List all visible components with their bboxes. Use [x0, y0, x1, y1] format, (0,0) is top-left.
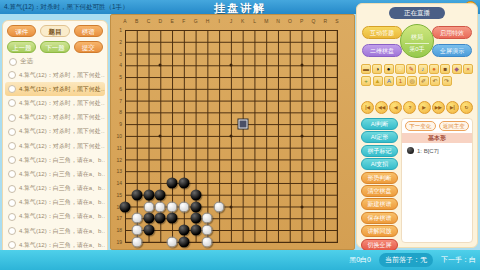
- problem-radio[interactable]: [8, 142, 16, 150]
- column-label: E: [168, 18, 176, 24]
- side-button-保存棋谱[interactable]: 保存棋谱: [361, 212, 398, 224]
- row-label: 13: [113, 168, 122, 174]
- side-button-新建棋谱[interactable]: 新建棋谱: [361, 198, 398, 210]
- white-stone: [202, 237, 213, 248]
- problem-list-item[interactable]: 4.算气(12)：白三角，请在a、b…: [5, 196, 105, 210]
- go-teaching-app: 4.算气(12)：对杀时，黑下何处可胜（1手） 挂盘讲解 ☺ 课件 题目 棋谱 …: [0, 0, 480, 270]
- star-point: [230, 135, 233, 138]
- row-label: 4: [113, 62, 122, 68]
- white-stone: [155, 201, 166, 212]
- problem-list: 4.算气(12)：对杀时，黑下何处…4.算气(12)：对杀时，黑下何处…4.算气…: [5, 68, 105, 265]
- problem-label: 4.算气(12)：对杀时，黑下何处…: [19, 142, 105, 151]
- enable-effects-button[interactable]: 启用特效: [432, 26, 472, 39]
- black-stone: [178, 178, 189, 189]
- markup-toolbar: ▬◑●○✎♪●■◆× +▲A1◎✐↶↷: [361, 64, 473, 88]
- tab-courseware[interactable]: 课件: [7, 25, 36, 37]
- side-button-讲解回放[interactable]: 讲解回放: [361, 225, 398, 237]
- help-button[interactable]: ？: [403, 101, 416, 114]
- column-label: B: [133, 18, 141, 24]
- alternate-stone-icon[interactable]: ◑: [372, 64, 382, 74]
- problem-radio[interactable]: [8, 213, 16, 221]
- white-stone: [202, 213, 213, 224]
- black-stone: [155, 213, 166, 224]
- number-mark-icon[interactable]: 1: [396, 76, 406, 86]
- teacher-tools-panel: 正在直播 互动答题 启用特效 二维棋盘 全屏演示 棋局 第0手 ▬◑●○✎♪●■…: [356, 3, 478, 248]
- square-mark-icon[interactable]: ■: [440, 64, 450, 74]
- pencil-icon[interactable]: ✎: [406, 64, 416, 74]
- previous-problem-button[interactable]: 上一题: [7, 41, 36, 53]
- problem-radio[interactable]: [8, 99, 16, 107]
- star-point: [300, 205, 303, 208]
- column-label: J: [227, 18, 235, 24]
- column-label: D: [156, 18, 164, 24]
- black-stone: [190, 225, 201, 236]
- next-to-play: 下一手：白: [441, 255, 476, 265]
- problem-list-item[interactable]: 4.算气(12)：白三角，请在a、b…: [5, 210, 105, 224]
- column-label: A: [121, 18, 129, 24]
- problem-label: 4.算气(12)：对杀时，黑下何处…: [19, 85, 105, 94]
- white-stone: [167, 237, 178, 248]
- problem-list-item[interactable]: 4.算气(12)：对杀时，黑下何处…: [5, 68, 105, 82]
- column-label: C: [145, 18, 153, 24]
- white-stone: [202, 225, 213, 236]
- problem-label: 4.算气(12)：对杀时，黑下何处…: [19, 71, 105, 80]
- problem-list-item[interactable]: 4.算气(12)：对杀时，黑下何处…: [5, 82, 105, 96]
- row-label: 14: [113, 180, 122, 186]
- problem-label: 4.算气(12)：对杀时，黑下何处…: [19, 113, 105, 122]
- problem-label: 4.算气(12)：白三角，请在a、b…: [19, 198, 105, 207]
- move-list-entry[interactable]: 1: B[C7]: [402, 143, 472, 158]
- tab-kifu[interactable]: 棋谱: [74, 25, 103, 37]
- row-label: 18: [113, 227, 122, 233]
- skip-to-start-button[interactable]: |◀: [361, 101, 374, 114]
- star-point: [159, 64, 162, 67]
- column-label: M: [262, 18, 270, 24]
- variation-name-header: 基本形: [402, 133, 472, 143]
- current-problem-text: 4.算气(12)：对杀时，黑下何处可胜（1手）: [4, 3, 129, 12]
- star-point: [300, 64, 303, 67]
- black-stone: [143, 189, 154, 200]
- row-label: 15: [113, 192, 122, 198]
- column-label: N: [274, 18, 282, 24]
- fast-rewind-button[interactable]: ◀◀: [375, 101, 388, 114]
- problem-list-item[interactable]: 4.算气(12)：对杀时，黑下何处…: [5, 139, 105, 153]
- row-label: 12: [113, 157, 122, 163]
- undo-icon[interactable]: ↶: [430, 76, 440, 86]
- back-to-main-button[interactable]: 返回主变: [439, 121, 470, 131]
- column-label: I: [215, 18, 223, 24]
- white-stone: [131, 237, 142, 248]
- black-stone: [167, 178, 178, 189]
- problem-list-item[interactable]: 4.算气(12)：对杀时，黑下何处…: [5, 111, 105, 125]
- go-board: ABCDEFGHIJKLMNOPQRS123456789101112131415…: [110, 14, 355, 250]
- select-all-radio[interactable]: [9, 58, 17, 66]
- draw-tool-icon[interactable]: ✐: [419, 76, 429, 86]
- row-label: 11: [113, 145, 122, 151]
- problem-list-item[interactable]: 4.算气(12)：白三角，请在a、b…: [5, 167, 105, 181]
- column-label: O: [286, 18, 294, 24]
- black-stone-icon: [407, 147, 414, 154]
- row-label: 19: [113, 239, 122, 245]
- black-stone: [131, 189, 142, 200]
- black-stone: [178, 225, 189, 236]
- problem-list-item[interactable]: 4.算气(12)：对杀时，黑下何处…: [5, 125, 105, 139]
- black-stone: [190, 201, 201, 212]
- problem-label: 4.算气(12)：对杀时，黑下何处…: [19, 99, 105, 108]
- problem-list-item[interactable]: 4.算气(12)：白三角，请在a、b…: [5, 153, 105, 167]
- black-stone: [190, 213, 201, 224]
- side-button-AI定形[interactable]: AI定形: [361, 131, 398, 143]
- problem-label: 4.算气(12)：白三角，请在a、b…: [19, 170, 105, 179]
- column-label: L: [251, 18, 259, 24]
- fast-forward-button[interactable]: ▶▶: [432, 101, 445, 114]
- star-point: [230, 64, 233, 67]
- select-all-row[interactable]: 全选: [9, 57, 33, 66]
- column-label: F: [180, 18, 188, 24]
- column-label: G: [192, 18, 200, 24]
- sidebar-tabs: 课件 题目 棋谱: [7, 25, 103, 37]
- side-button-棋子标记[interactable]: 棋子标记: [361, 145, 398, 157]
- triangle-mark-icon[interactable]: ▲: [373, 76, 383, 86]
- side-button-AI判断[interactable]: AI判断: [361, 118, 398, 130]
- select-all-label: 全选: [20, 57, 33, 66]
- tab-problems[interactable]: 题目: [40, 25, 69, 37]
- markup-toolbar-row2: +▲A1◎✐↶↷: [361, 76, 473, 86]
- black-stone: [143, 213, 154, 224]
- side-button-清空棋盘[interactable]: 清空棋盘: [361, 185, 398, 197]
- black-stone: [178, 237, 189, 248]
- white-stone: [178, 201, 189, 212]
- next-problem-button[interactable]: 下一题: [40, 41, 69, 53]
- row-label: 2: [113, 39, 122, 45]
- move-text: 1: B[C7]: [417, 148, 439, 154]
- black-stone: [190, 189, 201, 200]
- column-label: K: [239, 18, 247, 24]
- column-label: H: [203, 18, 211, 24]
- sound-icon[interactable]: ♪: [418, 64, 428, 74]
- problem-radio[interactable]: [8, 128, 16, 136]
- circle-mark-icon[interactable]: ◎: [407, 76, 417, 86]
- problem-label: 4.算气(12)：对杀时，黑下何处…: [19, 127, 105, 136]
- white-stone: [214, 201, 225, 212]
- live-status-badge: 正在直播: [389, 7, 445, 19]
- skip-to-end-button[interactable]: ▶|: [446, 101, 459, 114]
- star-point: [230, 205, 233, 208]
- column-label: R: [321, 18, 329, 24]
- redo-icon[interactable]: ↷: [442, 76, 452, 86]
- problem-radio[interactable]: [8, 241, 16, 249]
- fullscreen-demo-button[interactable]: 全屏演示: [432, 44, 472, 57]
- playback-controls: |◀◀◀◀？▶▶▶▶|↻: [361, 101, 473, 114]
- problem-radio[interactable]: [8, 71, 16, 79]
- side-button-切换全屏[interactable]: 切换全屏: [361, 239, 398, 251]
- circle-line1: 棋局: [411, 34, 423, 40]
- problem-radio[interactable]: [8, 185, 16, 193]
- row-label: 6: [113, 86, 122, 92]
- row-label: 3: [113, 51, 122, 57]
- eraser-tool-icon[interactable]: ▬: [361, 64, 371, 74]
- star-point: [300, 135, 303, 138]
- problem-label: 4.算气(12)：白三角，请在a、b…: [19, 227, 105, 236]
- current-move-chip: 当前落子：无: [379, 253, 433, 267]
- column-label: Q: [309, 18, 317, 24]
- black-stone: [143, 225, 154, 236]
- submit-button[interactable]: 提交: [74, 41, 103, 53]
- problem-radio[interactable]: [8, 114, 16, 122]
- problem-label: 4.算气(12)：白三角，请在a、b…: [19, 241, 105, 250]
- problem-sidebar: 课件 题目 棋谱 上一题 下一题 提交 全选 4.算气(12)：对杀时，黑下何处…: [2, 20, 108, 268]
- black-stone: [155, 189, 166, 200]
- problem-radio[interactable]: [8, 227, 16, 235]
- problem-list-item[interactable]: 4.算气(12)：对杀时，黑下何处…: [5, 96, 105, 110]
- step-back-button[interactable]: ◀: [389, 101, 402, 114]
- problem-radio[interactable]: [8, 85, 16, 93]
- side-button-stack: AI判断AI定形棋子标记AI支招形势判断清空棋盘新建棋谱保存棋谱讲解回放切换全屏: [361, 118, 398, 252]
- markup-toolbar-row1: ▬◑●○✎♪●■◆×: [361, 64, 473, 74]
- black-stone: [167, 213, 178, 224]
- row-label: 17: [113, 215, 122, 221]
- diamond-mark-icon[interactable]: ◆: [452, 64, 462, 74]
- row-label: 7: [113, 98, 122, 104]
- step-forward-button[interactable]: ▶: [418, 101, 431, 114]
- row-label: 1: [113, 27, 122, 33]
- letter-mark-icon[interactable]: A: [384, 76, 394, 86]
- replay-button[interactable]: ↻: [460, 101, 473, 114]
- column-label: P: [298, 18, 306, 24]
- game-status-circle-button[interactable]: 棋局 第0手: [400, 24, 434, 58]
- problem-radio[interactable]: [8, 170, 16, 178]
- plus-mark-icon[interactable]: +: [361, 76, 371, 86]
- black-stone-tool-icon[interactable]: ●: [384, 64, 394, 74]
- circle-line2: 第0手: [405, 43, 429, 54]
- row-label: 5: [113, 74, 122, 80]
- problem-list-item[interactable]: 4.算气(12)：白三角，请在a、b…: [5, 182, 105, 196]
- side-button-AI支招[interactable]: AI支招: [361, 158, 398, 170]
- row-label: 9: [113, 121, 122, 127]
- pointer-marker: [238, 120, 247, 129]
- black-stone: [120, 201, 131, 212]
- problem-label: 4.算气(12)：白三角，请在a、b…: [19, 156, 105, 165]
- next-variation-button[interactable]: 下一变化: [405, 121, 436, 131]
- status-bar: 黑0白0 当前落子：无 下一手：白: [0, 250, 480, 270]
- 2d-board-button[interactable]: 二维棋盘: [362, 44, 402, 57]
- moves-panel: 下一变化 返回主变 基本形 1: B[C7]: [401, 118, 473, 243]
- problem-nav-buttons: 上一题 下一题 提交: [7, 41, 103, 53]
- column-label: S: [333, 18, 341, 24]
- cross-mark-icon[interactable]: ×: [463, 64, 473, 74]
- problem-label: 4.算气(12)：白三角，请在a、b…: [19, 212, 105, 221]
- row-label: 8: [113, 109, 122, 115]
- problem-label: 4.算气(12)：白三角，请在a、b…: [19, 184, 105, 193]
- variation-bar: 下一变化 返回主变: [402, 119, 472, 133]
- interactive-quiz-button[interactable]: 互动答题: [362, 26, 402, 39]
- side-button-形势判断[interactable]: 形势判断: [361, 172, 398, 184]
- white-stone: [143, 201, 154, 212]
- white-stone: [131, 213, 142, 224]
- star-point: [159, 135, 162, 138]
- white-stone-tool-icon[interactable]: ○: [395, 64, 405, 74]
- white-stone: [131, 225, 142, 236]
- white-stone: [167, 201, 178, 212]
- row-label: 10: [113, 133, 122, 139]
- problem-list-item[interactable]: 4.算气(12)：白三角，请在a、b…: [5, 224, 105, 238]
- problem-radio[interactable]: [8, 199, 16, 207]
- dot-mark-icon[interactable]: ●: [429, 64, 439, 74]
- problem-radio[interactable]: [8, 156, 16, 164]
- capture-count: 黑0白0: [349, 255, 371, 265]
